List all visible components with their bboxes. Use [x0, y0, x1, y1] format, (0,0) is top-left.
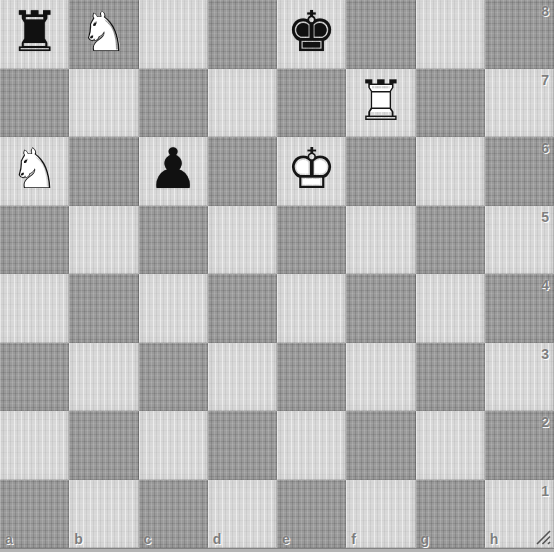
- square-a8[interactable]: ♜: [0, 0, 69, 69]
- square-f8[interactable]: [346, 0, 415, 69]
- square-h4[interactable]: 4: [485, 274, 554, 343]
- square-c6[interactable]: ♟: [139, 137, 208, 206]
- square-h6[interactable]: 6: [485, 137, 554, 206]
- rank-label-2: 2: [541, 415, 549, 429]
- square-b7[interactable]: [69, 69, 138, 138]
- square-e4[interactable]: [277, 274, 346, 343]
- square-g8[interactable]: [416, 0, 485, 69]
- square-b6[interactable]: [69, 137, 138, 206]
- square-g6[interactable]: [416, 137, 485, 206]
- square-a1[interactable]: a: [0, 480, 69, 549]
- square-g7[interactable]: [416, 69, 485, 138]
- square-d5[interactable]: [208, 206, 277, 275]
- piece-outline: ♘: [79, 0, 129, 64]
- rank-label-4: 4: [541, 278, 549, 292]
- square-e7[interactable]: [277, 69, 346, 138]
- square-c3[interactable]: [139, 343, 208, 412]
- square-g4[interactable]: [416, 274, 485, 343]
- rank-label-5: 5: [541, 210, 549, 224]
- square-b8[interactable]: ♞♘: [69, 0, 138, 69]
- square-b3[interactable]: [69, 343, 138, 412]
- piece-outline: ♖: [356, 68, 406, 133]
- square-h2[interactable]: 2: [485, 411, 554, 480]
- square-e6[interactable]: ♚♔: [277, 137, 346, 206]
- square-d4[interactable]: [208, 274, 277, 343]
- file-label-e: e: [282, 532, 290, 546]
- square-b5[interactable]: [69, 206, 138, 275]
- square-c2[interactable]: [139, 411, 208, 480]
- file-label-d: d: [213, 532, 222, 546]
- file-label-g: g: [421, 532, 430, 546]
- square-d3[interactable]: [208, 343, 277, 412]
- file-label-b: b: [74, 532, 83, 546]
- piece-outline: ♔: [287, 136, 337, 201]
- black-king-e8[interactable]: ♚: [287, 4, 337, 60]
- square-h7[interactable]: 7: [485, 69, 554, 138]
- white-king-e6[interactable]: ♚♔: [287, 141, 337, 197]
- square-f2[interactable]: [346, 411, 415, 480]
- square-b2[interactable]: [69, 411, 138, 480]
- square-b4[interactable]: [69, 274, 138, 343]
- square-c1[interactable]: c: [139, 480, 208, 549]
- rank-label-7: 7: [541, 73, 549, 87]
- white-knight-b8[interactable]: ♞♘: [79, 4, 129, 60]
- square-d6[interactable]: [208, 137, 277, 206]
- square-h5[interactable]: 5: [485, 206, 554, 275]
- black-pawn-c6[interactable]: ♟: [148, 141, 198, 197]
- square-b1[interactable]: b: [69, 480, 138, 549]
- board-bottom-edge: [0, 548, 554, 552]
- square-f6[interactable]: [346, 137, 415, 206]
- square-e1[interactable]: e: [277, 480, 346, 549]
- square-c7[interactable]: [139, 69, 208, 138]
- square-d2[interactable]: [208, 411, 277, 480]
- square-g5[interactable]: [416, 206, 485, 275]
- square-e2[interactable]: [277, 411, 346, 480]
- rank-label-3: 3: [541, 347, 549, 361]
- white-knight-a6[interactable]: ♞♘: [10, 141, 60, 197]
- square-a3[interactable]: [0, 343, 69, 412]
- black-rook-a8[interactable]: ♜: [10, 4, 60, 60]
- resize-grip-icon[interactable]: [534, 528, 551, 545]
- square-g1[interactable]: g: [416, 480, 485, 549]
- square-f7[interactable]: ♜♖: [346, 69, 415, 138]
- square-h3[interactable]: 3: [485, 343, 554, 412]
- square-d8[interactable]: [208, 0, 277, 69]
- square-c4[interactable]: [139, 274, 208, 343]
- file-label-a: a: [5, 532, 13, 546]
- chess-board: ♜♞♘♚8♜♖7♞♘♟♚♔65432abcdefg1h: [0, 0, 554, 548]
- square-a2[interactable]: [0, 411, 69, 480]
- square-f4[interactable]: [346, 274, 415, 343]
- rank-label-6: 6: [541, 141, 549, 155]
- chess-app: ♜♞♘♚8♜♖7♞♘♟♚♔65432abcdefg1h: [0, 0, 554, 552]
- square-c5[interactable]: [139, 206, 208, 275]
- file-label-h: h: [490, 532, 499, 546]
- rank-label-1: 1: [541, 484, 549, 498]
- square-d7[interactable]: [208, 69, 277, 138]
- piece-outline: ♘: [10, 136, 60, 201]
- square-h8[interactable]: 8: [485, 0, 554, 69]
- square-f3[interactable]: [346, 343, 415, 412]
- square-f5[interactable]: [346, 206, 415, 275]
- file-label-c: c: [144, 532, 152, 546]
- square-a7[interactable]: [0, 69, 69, 138]
- square-a6[interactable]: ♞♘: [0, 137, 69, 206]
- square-a4[interactable]: [0, 274, 69, 343]
- square-f1[interactable]: f: [346, 480, 415, 549]
- square-h1[interactable]: 1h: [485, 480, 554, 549]
- square-e3[interactable]: [277, 343, 346, 412]
- square-d1[interactable]: d: [208, 480, 277, 549]
- square-e8[interactable]: ♚: [277, 0, 346, 69]
- white-rook-f7[interactable]: ♜♖: [356, 73, 406, 129]
- square-c8[interactable]: [139, 0, 208, 69]
- square-a5[interactable]: [0, 206, 69, 275]
- square-g2[interactable]: [416, 411, 485, 480]
- square-g3[interactable]: [416, 343, 485, 412]
- file-label-f: f: [351, 532, 356, 546]
- square-e5[interactable]: [277, 206, 346, 275]
- rank-label-8: 8: [541, 4, 549, 18]
